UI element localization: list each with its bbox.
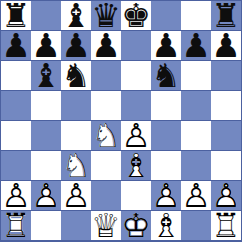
black-rook-icon[interactable]: ♜: [1, 1, 31, 31]
square-b7[interactable]: ♟: [31, 31, 61, 61]
square-c7[interactable]: ♟: [61, 31, 91, 61]
knight-glyph-outline: ♘: [61, 150, 91, 180]
black-bishop-icon[interactable]: ♝: [31, 61, 61, 91]
square-f8[interactable]: [151, 1, 181, 31]
white-pawn-icon[interactable]: ♟♙: [211, 181, 241, 211]
square-e3[interactable]: ♝♗: [121, 151, 151, 181]
square-h1[interactable]: ♜♖: [211, 211, 241, 241]
black-knight-icon[interactable]: ♞: [151, 61, 181, 91]
pawn-glyph-outline: ♙: [61, 180, 91, 210]
pawn-glyph-outline: ♙: [151, 180, 181, 210]
rook-glyph-fill: ♜: [1, 210, 31, 240]
black-pawn-icon[interactable]: ♟: [1, 31, 31, 61]
square-g6[interactable]: [181, 61, 211, 91]
pawn-glyph-outline: ♙: [181, 180, 211, 210]
square-e6[interactable]: [121, 61, 151, 91]
pawn-glyph-fill: ♟: [31, 180, 61, 210]
black-rook-icon[interactable]: ♜: [211, 1, 241, 31]
square-e7[interactable]: [121, 31, 151, 61]
white-rook-icon[interactable]: ♜♖: [1, 211, 31, 241]
square-c1[interactable]: [61, 211, 91, 241]
black-bishop-icon[interactable]: ♝: [61, 1, 91, 31]
square-b2[interactable]: ♟♙: [31, 181, 61, 211]
square-a3[interactable]: [1, 151, 31, 181]
knight-glyph-fill: ♞: [151, 60, 181, 90]
white-bishop-icon[interactable]: ♝♗: [121, 151, 151, 181]
pawn-glyph-fill: ♟: [211, 180, 241, 210]
square-h6[interactable]: [211, 61, 241, 91]
square-h3[interactable]: [211, 151, 241, 181]
square-g3[interactable]: [181, 151, 211, 181]
square-b4[interactable]: [31, 121, 61, 151]
black-king-icon[interactable]: ♚: [121, 1, 151, 31]
black-pawn-icon[interactable]: ♟: [91, 31, 121, 61]
white-knight-icon[interactable]: ♞♘: [61, 151, 91, 181]
bishop-glyph-outline: ♗: [151, 210, 181, 240]
queen-glyph-fill: ♛: [91, 210, 121, 240]
square-g4[interactable]: [181, 121, 211, 151]
square-e2[interactable]: [121, 181, 151, 211]
square-c4[interactable]: [61, 121, 91, 151]
black-pawn-icon[interactable]: ♟: [31, 31, 61, 61]
pawn-glyph-outline: ♙: [1, 180, 31, 210]
knight-glyph-fill: ♞: [91, 120, 121, 150]
square-b1[interactable]: [31, 211, 61, 241]
square-e4[interactable]: ♟♙: [121, 121, 151, 151]
bishop-glyph-fill: ♝: [61, 0, 91, 30]
knight-glyph-fill: ♞: [61, 60, 91, 90]
pawn-glyph-fill: ♟: [151, 30, 181, 60]
white-knight-icon[interactable]: ♞♘: [91, 121, 121, 151]
square-h5[interactable]: [211, 91, 241, 121]
black-knight-icon[interactable]: ♞: [61, 61, 91, 91]
square-d2[interactable]: [91, 181, 121, 211]
pawn-glyph-fill: ♟: [61, 30, 91, 60]
pawn-glyph-fill: ♟: [61, 180, 91, 210]
square-f5[interactable]: [151, 91, 181, 121]
black-pawn-icon[interactable]: ♟: [151, 31, 181, 61]
rook-glyph-outline: ♖: [211, 210, 241, 240]
pawn-glyph-outline: ♙: [211, 180, 241, 210]
white-pawn-icon[interactable]: ♟♙: [1, 181, 31, 211]
square-b8[interactable]: [31, 1, 61, 31]
pawn-glyph-outline: ♙: [31, 180, 61, 210]
pawn-glyph-fill: ♟: [181, 30, 211, 60]
square-h8[interactable]: ♜: [211, 1, 241, 31]
square-e8[interactable]: ♚: [121, 1, 151, 31]
square-d8[interactable]: ♛: [91, 1, 121, 31]
bishop-glyph-fill: ♝: [121, 150, 151, 180]
square-c3[interactable]: ♞♘: [61, 151, 91, 181]
white-bishop-icon[interactable]: ♝♗: [151, 211, 181, 241]
square-b3[interactable]: [31, 151, 61, 181]
square-f1[interactable]: ♝♗: [151, 211, 181, 241]
square-f3[interactable]: [151, 151, 181, 181]
pawn-glyph-fill: ♟: [1, 30, 31, 60]
pawn-glyph-fill: ♟: [121, 120, 151, 150]
square-d5[interactable]: [91, 91, 121, 121]
square-f2[interactable]: ♟♙: [151, 181, 181, 211]
square-a5[interactable]: [1, 91, 31, 121]
square-c8[interactable]: ♝: [61, 1, 91, 31]
black-queen-icon[interactable]: ♛: [91, 1, 121, 31]
square-d7[interactable]: ♟: [91, 31, 121, 61]
square-g2[interactable]: ♟♙: [181, 181, 211, 211]
queen-glyph-outline: ♕: [91, 210, 121, 240]
square-d1[interactable]: ♛♕: [91, 211, 121, 241]
square-a4[interactable]: [1, 121, 31, 151]
rook-glyph-fill: ♜: [211, 210, 241, 240]
bishop-glyph-fill: ♝: [31, 60, 61, 90]
square-c6[interactable]: ♞: [61, 61, 91, 91]
king-glyph-fill: ♚: [121, 210, 151, 240]
white-rook-icon[interactable]: ♜♖: [211, 211, 241, 241]
black-pawn-icon[interactable]: ♟: [181, 31, 211, 61]
pawn-glyph-fill: ♟: [181, 180, 211, 210]
white-pawn-icon[interactable]: ♟♙: [121, 121, 151, 151]
square-f4[interactable]: [151, 121, 181, 151]
square-f6[interactable]: ♞: [151, 61, 181, 91]
black-pawn-icon[interactable]: ♟: [211, 31, 241, 61]
square-g1[interactable]: [181, 211, 211, 241]
white-pawn-icon[interactable]: ♟♙: [61, 181, 91, 211]
square-f7[interactable]: ♟: [151, 31, 181, 61]
rook-glyph-fill: ♜: [1, 0, 31, 30]
square-e5[interactable]: [121, 91, 151, 121]
knight-glyph-outline: ♘: [91, 120, 121, 150]
square-e1[interactable]: ♚♔: [121, 211, 151, 241]
black-pawn-icon[interactable]: ♟: [61, 31, 91, 61]
square-g7[interactable]: ♟: [181, 31, 211, 61]
square-a8[interactable]: ♜: [1, 1, 31, 31]
square-a7[interactable]: ♟: [1, 31, 31, 61]
queen-glyph-fill: ♛: [91, 0, 121, 30]
pawn-glyph-outline: ♙: [121, 120, 151, 150]
pawn-glyph-fill: ♟: [211, 30, 241, 60]
square-b5[interactable]: [31, 91, 61, 121]
pawn-glyph-fill: ♟: [151, 180, 181, 210]
square-h7[interactable]: ♟: [211, 31, 241, 61]
square-b6[interactable]: ♝: [31, 61, 61, 91]
square-d3[interactable]: [91, 151, 121, 181]
chess-board: ♜♝♛♚♜♟♟♟♟♟♟♟♝♞♞♞♘♟♙♞♘♝♗♟♙♟♙♟♙♟♙♟♙♟♙♜♖♛♕♚…: [0, 0, 242, 242]
white-king-icon[interactable]: ♚♔: [121, 211, 151, 241]
square-a6[interactable]: [1, 61, 31, 91]
king-glyph-outline: ♔: [121, 210, 151, 240]
square-h4[interactable]: [211, 121, 241, 151]
square-g5[interactable]: [181, 91, 211, 121]
pawn-glyph-fill: ♟: [31, 30, 61, 60]
square-a2[interactable]: ♟♙: [1, 181, 31, 211]
rook-glyph-outline: ♖: [1, 210, 31, 240]
rook-glyph-fill: ♜: [211, 0, 241, 30]
pawn-glyph-fill: ♟: [91, 30, 121, 60]
square-g8[interactable]: [181, 1, 211, 31]
square-c5[interactable]: [61, 91, 91, 121]
knight-glyph-fill: ♞: [61, 150, 91, 180]
white-pawn-icon[interactable]: ♟♙: [31, 181, 61, 211]
pawn-glyph-fill: ♟: [1, 180, 31, 210]
king-glyph-fill: ♚: [121, 0, 151, 30]
square-a1[interactable]: ♜♖: [1, 211, 31, 241]
white-pawn-icon[interactable]: ♟♙: [151, 181, 181, 211]
white-pawn-icon[interactable]: ♟♙: [181, 181, 211, 211]
square-d6[interactable]: [91, 61, 121, 91]
bishop-glyph-fill: ♝: [151, 210, 181, 240]
bishop-glyph-outline: ♗: [121, 150, 151, 180]
square-c2[interactable]: ♟♙: [61, 181, 91, 211]
white-queen-icon[interactable]: ♛♕: [91, 211, 121, 241]
square-d4[interactable]: ♞♘: [91, 121, 121, 151]
square-h2[interactable]: ♟♙: [211, 181, 241, 211]
